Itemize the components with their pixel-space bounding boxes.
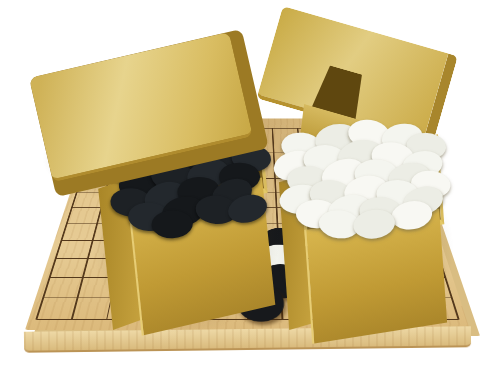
white-stone-box: ●●●●●●●●●●●●●●●●●●●●●●●●●● [276,135,451,342]
photo-scene: ●●●●●●●●● ●●●●●●●●●●●●●●●●●●●●●●●●●● ●●●… [0,0,500,374]
heap-white-stone: ● [347,199,400,243]
white-stones-heap: ●●●●●●●●●●●●●●●●●●●●●●●●●● [283,117,442,235]
heap-black-stone: ● [148,202,196,240]
